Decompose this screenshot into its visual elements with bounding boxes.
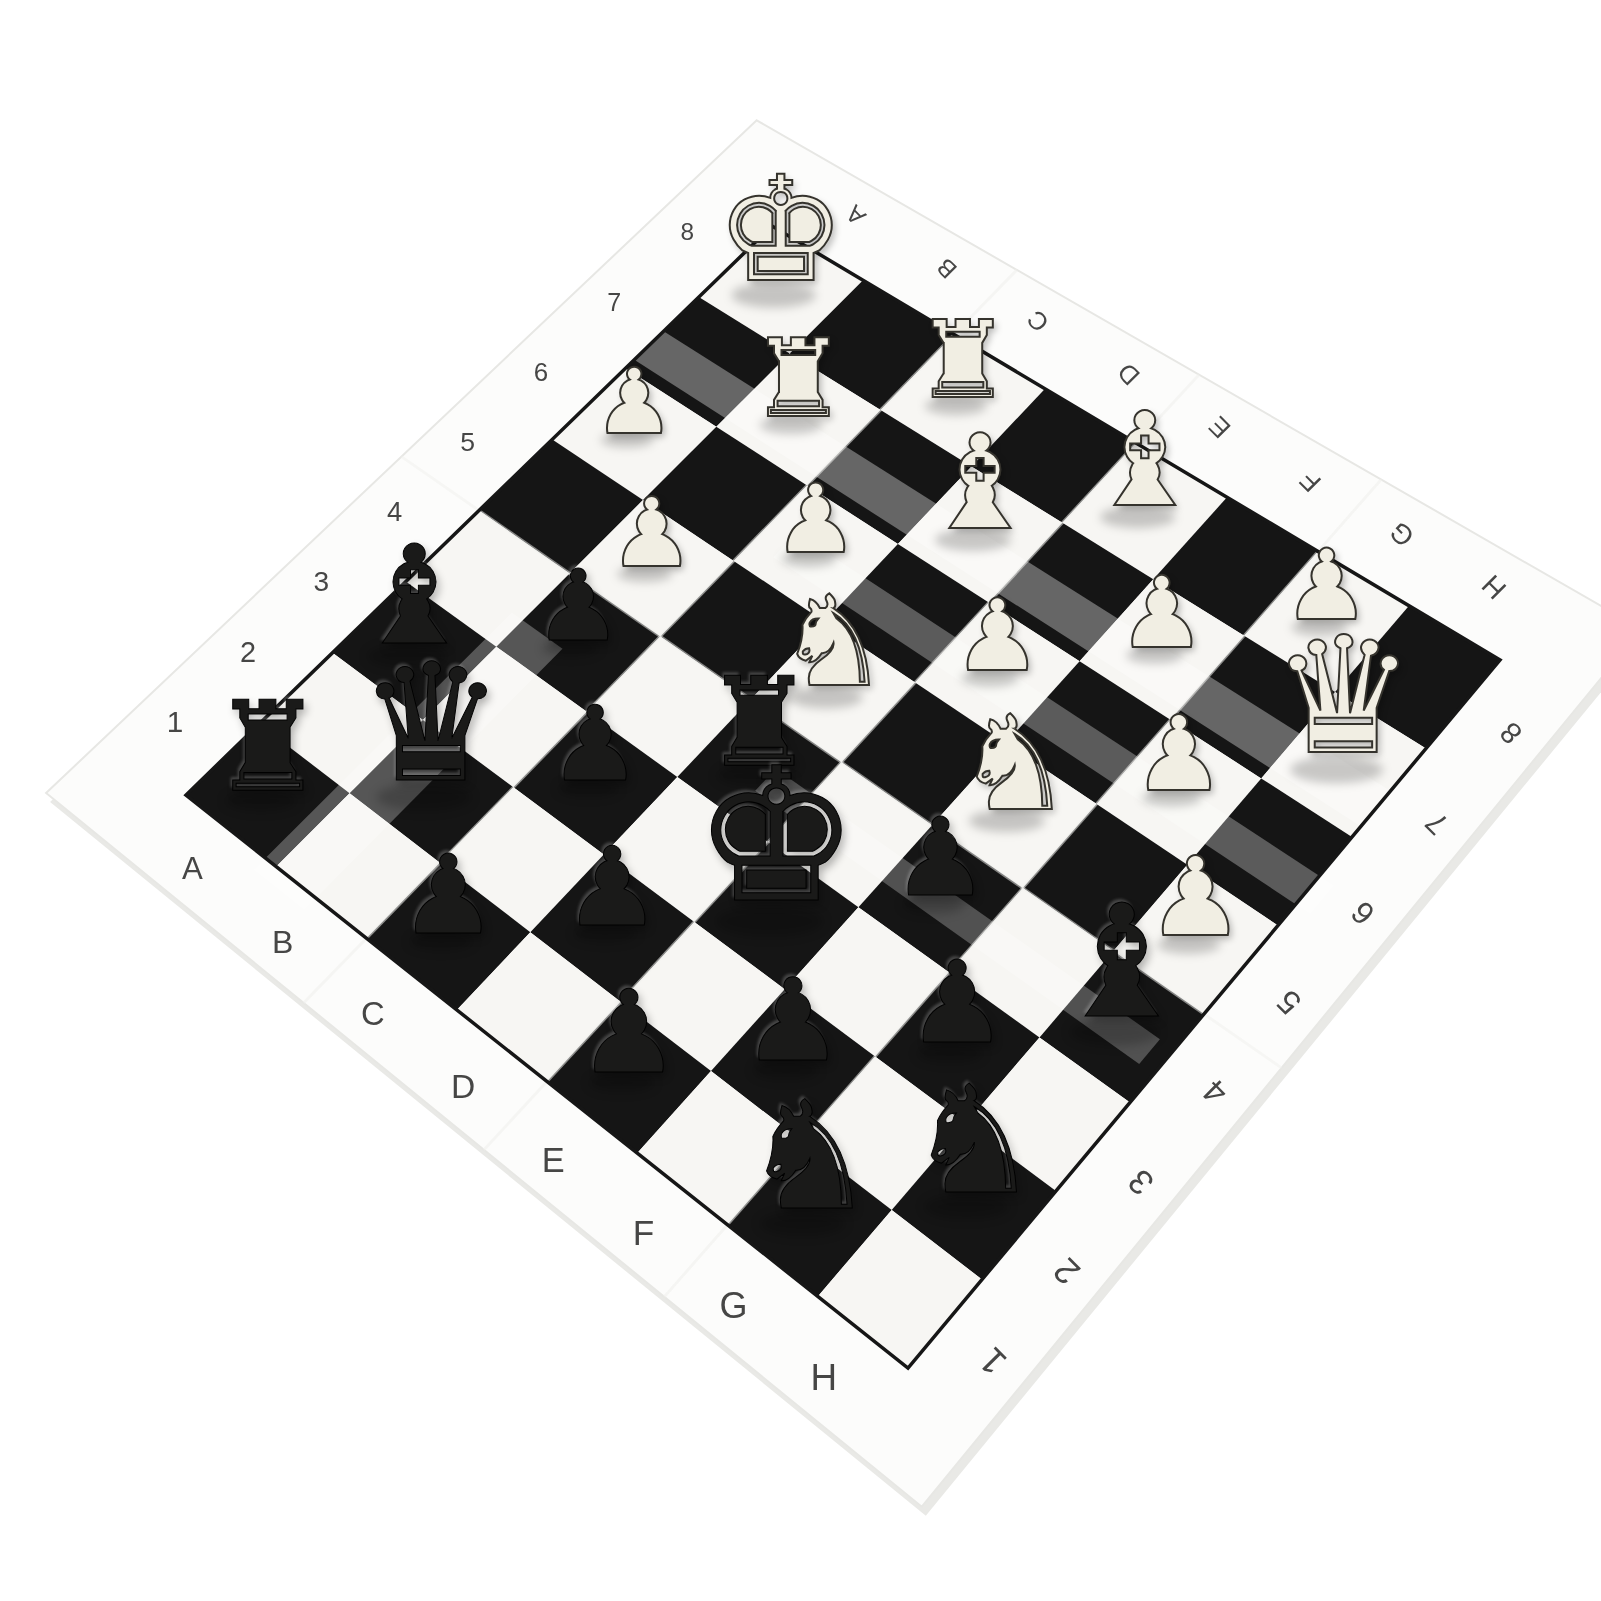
chessboard-mat bbox=[0, 0, 1601, 1601]
chess-set-photo: 1122334455667788AABBCCDDEEFFGGHH ♚♜♜♟♝♝♟… bbox=[0, 0, 1601, 1601]
